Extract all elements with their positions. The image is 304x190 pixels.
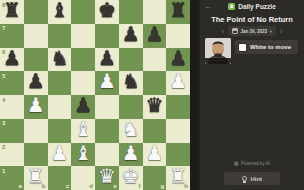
rank-label-1: 1 [2,168,5,174]
black-king-e8[interactable]: ♚ [98,0,116,23]
rank-label-2: 2 [2,144,5,150]
square-f7[interactable]: ♟ [119,24,143,48]
square-f3[interactable]: ♞ [119,119,143,143]
square-h1[interactable]: h♜ [166,166,190,190]
avatar: ······· [205,38,231,64]
square-c8[interactable]: ♝ [48,0,72,24]
grid-icon: ▦ [234,161,239,166]
side-to-move-label: White to move [250,44,291,50]
white-rook-h1[interactable]: ♜ [169,165,187,189]
square-c6[interactable]: ♞ [48,48,72,72]
square-a3[interactable]: 3 [0,119,24,143]
square-a7[interactable]: 7 [0,24,24,48]
square-b8[interactable] [24,0,48,24]
square-d5[interactable] [71,71,95,95]
square-b2[interactable] [24,143,48,167]
square-e1[interactable]: e♛ [95,166,119,190]
square-e8[interactable]: ♚ [95,0,119,24]
square-g8[interactable] [143,0,167,24]
avatar-name: ······· [212,59,225,63]
file-label-a: a [18,183,21,189]
calendar-icon [232,28,238,34]
white-pawn-h5[interactable]: ♟ [169,70,187,94]
rank-label-3: 3 [2,120,5,126]
square-e2[interactable] [95,143,119,167]
square-d7[interactable] [71,24,95,48]
square-a4[interactable]: 4 [0,95,24,119]
hint-button-label: Hint [250,176,262,182]
hint-button[interactable]: Hint [224,172,280,185]
footer-note-text: Powered by AI [241,161,270,166]
square-d8[interactable] [71,0,95,24]
square-g2[interactable]: ♟ [143,143,167,167]
square-g5[interactable] [143,71,167,95]
square-c7[interactable] [48,24,72,48]
square-d3[interactable]: ♝ [71,119,95,143]
side-to-move-box: White to move [235,40,298,54]
square-g3[interactable] [143,119,167,143]
puzzle-title: The Point of No Return [200,15,304,24]
panel-divider [190,0,200,190]
square-c5[interactable] [48,71,72,95]
panel-title: Daily Puzzle [238,3,276,10]
square-h6[interactable]: ♟ [166,48,190,72]
board-area: 8♜♝♚♜7♟♟6♟♞♟♟5♟♟♞♟4♟♟♛3♝♞2♟♝♟♟1ab♜cde♛f♚… [0,0,190,190]
square-b1[interactable]: b♜ [24,166,48,190]
square-a8[interactable]: 8♜ [0,0,24,24]
date-navigation: ‹ Jan 29, 2023 ▾ › [200,26,304,36]
square-e4[interactable] [95,95,119,119]
avatar-name-bar: ······· [205,58,231,64]
square-f4[interactable] [119,95,143,119]
white-knight-f3[interactable]: ♞ [122,118,140,142]
black-bishop-c8[interactable]: ♝ [50,0,68,23]
white-pawn-g2[interactable]: ♟ [145,142,163,166]
square-d4[interactable]: ♟ [71,95,95,119]
square-b4[interactable]: ♟ [24,95,48,119]
square-h5[interactable]: ♟ [166,71,190,95]
black-queen-g4[interactable]: ♛ [145,94,163,118]
rank-label-4: 4 [2,97,5,103]
square-f8[interactable] [119,0,143,24]
square-h8[interactable]: ♜ [166,0,190,24]
black-pawn-a6[interactable]: ♟ [3,47,21,71]
square-b6[interactable] [24,48,48,72]
black-rook-a8[interactable]: ♜ [3,0,21,23]
white-rook-b1[interactable]: ♜ [27,165,45,189]
prev-day-button[interactable]: ‹ [222,28,224,35]
file-label-d: d [89,183,93,189]
square-c3[interactable] [48,119,72,143]
square-c2[interactable]: ♟ [48,143,72,167]
square-c1[interactable]: c [48,166,72,190]
black-pawn-e6[interactable]: ♟ [98,47,116,71]
white-pawn-b4[interactable]: ♟ [27,94,45,118]
chevron-down-icon: ▾ [270,29,272,34]
square-f6[interactable] [119,48,143,72]
black-rook-h8[interactable]: ♜ [169,0,187,23]
player-row: ······· White to move [205,38,298,64]
square-e6[interactable]: ♟ [95,48,119,72]
lightbulb-icon [242,176,247,181]
date-picker[interactable]: Jan 29, 2023 ▾ [228,26,276,36]
square-h4[interactable] [166,95,190,119]
white-bishop-d3[interactable]: ♝ [74,118,92,142]
file-label-g: g [161,183,165,189]
square-e7[interactable] [95,24,119,48]
square-f2[interactable]: ♟ [119,143,143,167]
square-g6[interactable] [143,48,167,72]
white-bishop-d2[interactable]: ♝ [74,142,92,166]
white-king-f1[interactable]: ♚ [122,165,140,189]
white-pawn-e5[interactable]: ♟ [98,70,116,94]
square-a6[interactable]: 6♟ [0,48,24,72]
daily-puzzle-page: 8♜♝♚♜7♟♟6♟♞♟♟5♟♟♞♟4♟♟♛3♝♞2♟♝♟♟1ab♜cde♛f♚… [0,0,304,190]
panel-header: ♟ Daily Puzzle [200,3,304,10]
white-square-icon [239,44,246,51]
white-pawn-c2[interactable]: ♟ [50,142,68,166]
square-a1[interactable]: 1a [0,166,24,190]
black-pawn-h6[interactable]: ♟ [169,47,187,71]
rank-label-7: 7 [2,25,5,31]
square-g1[interactable]: g [143,166,167,190]
square-h2[interactable] [166,143,190,167]
white-queen-e1[interactable]: ♛ [98,165,116,189]
rank-label-5: 5 [2,73,5,79]
square-d1[interactable]: d [71,166,95,190]
square-b5[interactable]: ♟ [24,71,48,95]
square-f5[interactable]: ♞ [119,71,143,95]
square-f1[interactable]: f♚ [119,166,143,190]
file-label-c: c [66,183,69,189]
square-b3[interactable] [24,119,48,143]
black-pawn-g7[interactable]: ♟ [145,23,163,47]
square-g7[interactable]: ♟ [143,24,167,48]
black-pawn-b5[interactable]: ♟ [27,70,45,94]
square-d6[interactable] [71,48,95,72]
square-h3[interactable] [166,119,190,143]
puzzle-sidebar: ← ♟ Daily Puzzle The Point of No Return … [200,0,304,190]
next-day-button[interactable]: › [280,28,282,35]
square-e5[interactable]: ♟ [95,71,119,95]
black-pawn-f7[interactable]: ♟ [122,23,140,47]
black-pawn-d4[interactable]: ♟ [74,94,92,118]
square-g4[interactable]: ♛ [143,95,167,119]
black-knight-f5[interactable]: ♞ [122,70,140,94]
square-h7[interactable] [166,24,190,48]
white-pawn-f2[interactable]: ♟ [122,142,140,166]
square-b7[interactable] [24,24,48,48]
square-a2[interactable]: 2 [0,143,24,167]
date-label: Jan 29, 2023 [241,29,268,34]
daily-puzzle-icon: ♟ [228,3,235,10]
square-a5[interactable]: 5 [0,71,24,95]
square-d2[interactable]: ♝ [71,143,95,167]
square-e3[interactable] [95,119,119,143]
board: 8♜♝♚♜7♟♟6♟♞♟♟5♟♟♞♟4♟♟♛3♝♞2♟♝♟♟1ab♜cde♛f♚… [0,0,190,190]
footer-note: ▦ Powered by AI [200,161,304,166]
square-c4[interactable] [48,95,72,119]
black-knight-c6[interactable]: ♞ [50,47,68,71]
